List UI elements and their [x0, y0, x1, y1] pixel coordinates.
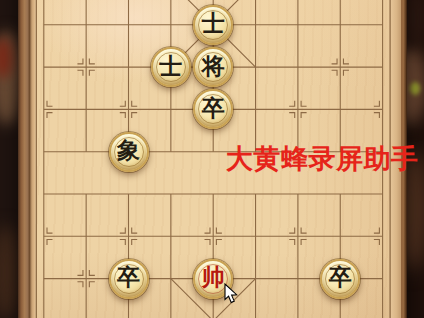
black-soldier[interactable]: 卒 — [109, 259, 149, 299]
black-elephant-glyph: 象 — [117, 139, 140, 162]
red-general-glyph: 帅 — [202, 266, 225, 289]
black-soldier-glyph: 卒 — [117, 266, 140, 289]
black-elephant[interactable]: 象 — [109, 132, 149, 172]
black-soldier-glyph: 卒 — [329, 266, 352, 289]
black-soldier-glyph: 卒 — [202, 97, 225, 120]
black-soldier[interactable]: 卒 — [320, 259, 360, 299]
game-screen: 士士将卒象卒帅卒 大黄蜂录屏助手 — [0, 0, 424, 318]
black-general-glyph: 将 — [202, 55, 225, 78]
mouse-cursor-icon — [224, 283, 240, 305]
black-advisor[interactable]: 士 — [151, 47, 191, 87]
black-advisor-glyph: 士 — [159, 55, 182, 78]
black-advisor[interactable]: 士 — [193, 5, 233, 45]
recorder-watermark: 大黄蜂录屏助手 — [226, 143, 419, 175]
black-advisor-glyph: 士 — [202, 12, 225, 35]
black-general[interactable]: 将 — [193, 47, 233, 87]
